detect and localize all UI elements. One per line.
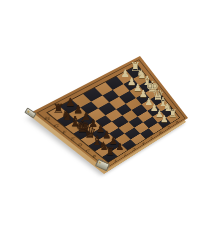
rank-label: 1 bbox=[114, 159, 118, 162]
clasp-pin-icon bbox=[27, 110, 30, 113]
white-rook-piece: ♜ bbox=[168, 108, 177, 118]
rank-label: 8 bbox=[175, 121, 178, 124]
rank-label: 2 bbox=[123, 153, 127, 156]
rank-label: 3 bbox=[132, 148, 136, 151]
rank-label: 7 bbox=[167, 126, 170, 129]
product-photo-stage: HGFEDCBA87654321 ♜♞♝♛♚♝♞♜♟♟♟♟♟♟♟♟♟♟♟♟♟♟♟… bbox=[0, 0, 220, 230]
rank-label: 6 bbox=[158, 131, 161, 134]
white-pawn-piece: ♟ bbox=[160, 115, 168, 124]
black-rook-piece: ♜ bbox=[105, 147, 115, 158]
rank-label: 5 bbox=[150, 137, 153, 140]
file-label: E bbox=[71, 137, 76, 141]
rank-label: 4 bbox=[141, 142, 145, 145]
black-pawn-piece: ♟ bbox=[115, 142, 124, 152]
clasp-pin-icon bbox=[98, 161, 101, 164]
